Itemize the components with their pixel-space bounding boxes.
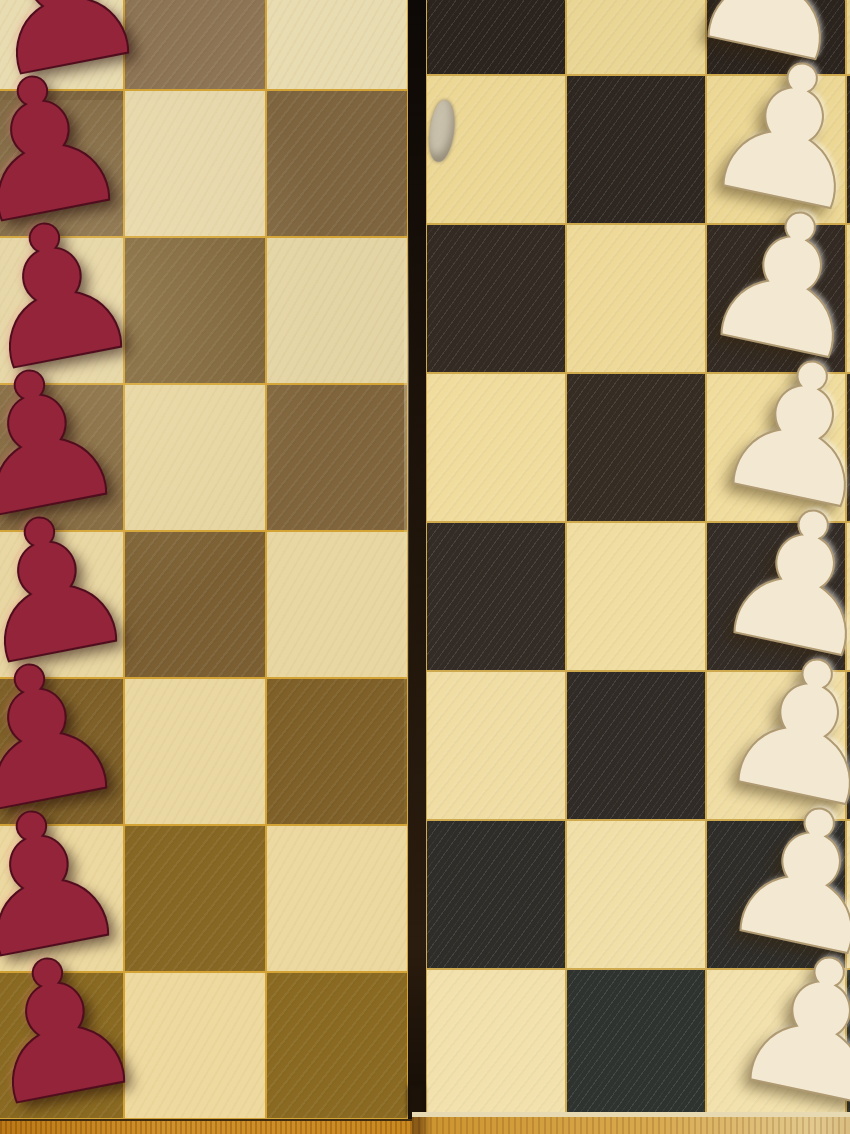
red-pawn[interactable]: ♟ xyxy=(0,941,143,1117)
square-left-r4c2[interactable] xyxy=(125,385,265,530)
square-right-r8c1[interactable] xyxy=(427,970,565,1116)
square-left-r2c2[interactable] xyxy=(125,91,265,236)
square-right-r3c2[interactable] xyxy=(567,225,705,372)
board-edge-strip-left xyxy=(0,1119,412,1134)
red-pawn-glyph: ♟ xyxy=(0,927,157,1119)
board-fold-hinge-gap xyxy=(408,0,426,1112)
square-left-r6c3[interactable] xyxy=(267,679,407,824)
white-pawn[interactable]: ♟ xyxy=(732,940,850,1116)
board-right-half: ♟♟♟♟♟♟♟♟ xyxy=(426,0,850,1116)
square-right-r5c2[interactable] xyxy=(567,523,705,670)
square-right-r7c2[interactable] xyxy=(567,821,705,968)
square-left-r1c3[interactable] xyxy=(267,0,407,89)
square-right-r2c2[interactable] xyxy=(567,76,705,223)
square-right-r4c2[interactable] xyxy=(567,374,705,521)
square-left-r7c3[interactable] xyxy=(267,826,407,971)
square-right-r6c2[interactable] xyxy=(567,672,705,819)
square-right-r1c1[interactable] xyxy=(427,0,565,74)
board-edge-strip-right xyxy=(412,1112,850,1134)
chessboard-photo: ♟♟♟♟♟♟♟♟ ♟♟♟♟♟♟♟♟ xyxy=(0,0,850,1134)
square-right-r7c1[interactable] xyxy=(427,821,565,968)
square-left-r2c3[interactable] xyxy=(267,91,407,236)
square-right-r4c1[interactable] xyxy=(427,374,565,521)
square-left-r7c2[interactable] xyxy=(125,826,265,971)
square-right-r5c1[interactable] xyxy=(427,523,565,670)
square-left-r4c3[interactable] xyxy=(267,385,407,530)
square-left-r3c3[interactable] xyxy=(267,238,407,383)
square-right-r6c1[interactable] xyxy=(427,672,565,819)
square-left-r6c2[interactable] xyxy=(125,679,265,824)
square-left-r8c3[interactable] xyxy=(267,973,407,1118)
white-pawn-glyph: ♟ xyxy=(717,925,850,1116)
square-right-r8c2[interactable] xyxy=(567,970,705,1116)
square-left-r5c3[interactable] xyxy=(267,532,407,677)
varnish-glint xyxy=(404,210,409,900)
square-right-r3c1[interactable] xyxy=(427,225,565,372)
board-left-half: ♟♟♟♟♟♟♟♟ xyxy=(0,0,408,1119)
